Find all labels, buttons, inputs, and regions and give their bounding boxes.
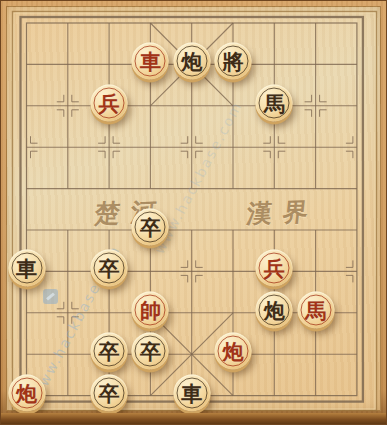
- board-front-edge: [1, 413, 386, 424]
- piece-character: 馬: [264, 92, 285, 113]
- piece-black-r6c0[interactable]: 車: [8, 250, 45, 287]
- piece-character: 卒: [99, 341, 120, 362]
- piece-red-r2c2[interactable]: 兵: [91, 84, 128, 121]
- piece-character: 帥: [140, 299, 161, 320]
- piece-black-r6c2[interactable]: 卒: [91, 250, 128, 287]
- piece-black-r8c2[interactable]: 卒: [91, 333, 128, 370]
- piece-red-r1c3[interactable]: 車: [132, 43, 169, 80]
- piece-character: 炮: [16, 382, 37, 403]
- piece-character: 炮: [223, 341, 244, 362]
- xiangqi-app-window: 楚河 漢界 www.hackbase.com www.hackbase.com …: [0, 0, 387, 425]
- piece-red-r8c5[interactable]: 炮: [215, 333, 252, 370]
- piece-character: 車: [16, 258, 37, 279]
- piece-red-r9c0[interactable]: 炮: [8, 374, 45, 411]
- piece-character: 兵: [99, 92, 120, 113]
- piece-black-r7c6[interactable]: 炮: [256, 291, 293, 328]
- piece-black-r1c5[interactable]: 將: [215, 43, 252, 80]
- piece-character: 將: [223, 51, 244, 72]
- piece-black-r9c2[interactable]: 卒: [91, 374, 128, 411]
- piece-character: 卒: [99, 258, 120, 279]
- piece-character: 炮: [264, 299, 285, 320]
- piece-red-r6c6[interactable]: 兵: [256, 250, 293, 287]
- river-label-han-jie: 漢界: [245, 195, 321, 230]
- piece-character: 卒: [140, 341, 161, 362]
- piece-black-r8c3[interactable]: 卒: [132, 333, 169, 370]
- piece-character: 馬: [305, 299, 326, 320]
- piece-character: 兵: [264, 258, 285, 279]
- piece-character: 卒: [99, 382, 120, 403]
- piece-character: 車: [181, 382, 202, 403]
- piece-black-r2c6[interactable]: 馬: [256, 84, 293, 121]
- piece-character: 炮: [181, 51, 202, 72]
- piece-red-r7c3[interactable]: 帥: [132, 291, 169, 328]
- piece-black-r9c4[interactable]: 車: [173, 374, 210, 411]
- piece-black-r5c3[interactable]: 卒: [132, 209, 169, 246]
- piece-character: 卒: [140, 217, 161, 238]
- piece-red-r7c7[interactable]: 馬: [297, 291, 334, 328]
- piece-black-r1c4[interactable]: 炮: [173, 43, 210, 80]
- piece-character: 車: [140, 51, 161, 72]
